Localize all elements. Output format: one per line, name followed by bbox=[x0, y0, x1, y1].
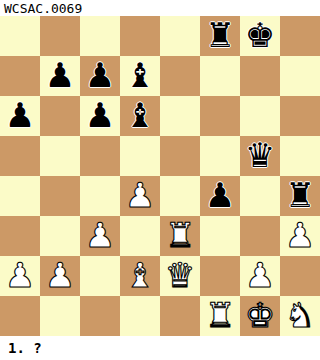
black-pawn[interactable]: ♟ bbox=[205, 178, 235, 212]
square-b7[interactable]: ♟ bbox=[40, 56, 80, 96]
square-c2[interactable] bbox=[80, 256, 120, 296]
square-a8[interactable] bbox=[0, 16, 40, 56]
square-b3[interactable] bbox=[40, 216, 80, 256]
square-f1[interactable]: ♜ bbox=[200, 296, 240, 336]
chess-board: ♜♚♟♟♝♟♟♝♛♟♟♜♟♜♟♟♟♝♛♟♜♚♞ bbox=[0, 16, 320, 336]
square-f2[interactable] bbox=[200, 256, 240, 296]
square-c1[interactable] bbox=[80, 296, 120, 336]
square-e6[interactable] bbox=[160, 96, 200, 136]
square-c4[interactable] bbox=[80, 176, 120, 216]
square-e2[interactable]: ♛ bbox=[160, 256, 200, 296]
square-e3[interactable]: ♜ bbox=[160, 216, 200, 256]
square-a1[interactable] bbox=[0, 296, 40, 336]
square-e8[interactable] bbox=[160, 16, 200, 56]
black-bishop[interactable]: ♝ bbox=[125, 58, 155, 92]
black-pawn[interactable]: ♟ bbox=[85, 98, 115, 132]
square-f6[interactable] bbox=[200, 96, 240, 136]
square-h3[interactable]: ♟ bbox=[280, 216, 320, 256]
square-c7[interactable]: ♟ bbox=[80, 56, 120, 96]
square-e5[interactable] bbox=[160, 136, 200, 176]
white-pawn[interactable]: ♟ bbox=[5, 258, 35, 292]
square-c5[interactable] bbox=[80, 136, 120, 176]
square-c6[interactable]: ♟ bbox=[80, 96, 120, 136]
square-b4[interactable] bbox=[40, 176, 80, 216]
square-a5[interactable] bbox=[0, 136, 40, 176]
square-c8[interactable] bbox=[80, 16, 120, 56]
square-g4[interactable] bbox=[240, 176, 280, 216]
white-pawn[interactable]: ♟ bbox=[285, 218, 315, 252]
square-g1[interactable]: ♚ bbox=[240, 296, 280, 336]
square-f4[interactable]: ♟ bbox=[200, 176, 240, 216]
square-c3[interactable]: ♟ bbox=[80, 216, 120, 256]
square-a7[interactable] bbox=[0, 56, 40, 96]
square-d2[interactable]: ♝ bbox=[120, 256, 160, 296]
square-h8[interactable] bbox=[280, 16, 320, 56]
square-h5[interactable] bbox=[280, 136, 320, 176]
square-g3[interactable] bbox=[240, 216, 280, 256]
black-queen[interactable]: ♛ bbox=[245, 138, 275, 172]
square-a2[interactable]: ♟ bbox=[0, 256, 40, 296]
square-d5[interactable] bbox=[120, 136, 160, 176]
square-d3[interactable] bbox=[120, 216, 160, 256]
square-f8[interactable]: ♜ bbox=[200, 16, 240, 56]
square-g2[interactable]: ♟ bbox=[240, 256, 280, 296]
white-pawn[interactable]: ♟ bbox=[245, 258, 275, 292]
square-e4[interactable] bbox=[160, 176, 200, 216]
square-h7[interactable] bbox=[280, 56, 320, 96]
square-a4[interactable] bbox=[0, 176, 40, 216]
square-g6[interactable] bbox=[240, 96, 280, 136]
square-h6[interactable] bbox=[280, 96, 320, 136]
black-pawn[interactable]: ♟ bbox=[85, 58, 115, 92]
white-knight[interactable]: ♞ bbox=[285, 298, 315, 332]
square-d1[interactable] bbox=[120, 296, 160, 336]
square-h1[interactable]: ♞ bbox=[280, 296, 320, 336]
square-b1[interactable] bbox=[40, 296, 80, 336]
square-b5[interactable] bbox=[40, 136, 80, 176]
square-b2[interactable]: ♟ bbox=[40, 256, 80, 296]
square-d6[interactable]: ♝ bbox=[120, 96, 160, 136]
white-pawn[interactable]: ♟ bbox=[45, 258, 75, 292]
black-pawn[interactable]: ♟ bbox=[5, 98, 35, 132]
white-pawn[interactable]: ♟ bbox=[125, 178, 155, 212]
square-d7[interactable]: ♝ bbox=[120, 56, 160, 96]
white-rook[interactable]: ♜ bbox=[165, 218, 195, 252]
white-king[interactable]: ♚ bbox=[245, 298, 275, 332]
page-title: WCSAC.0069 bbox=[0, 0, 320, 16]
square-e1[interactable] bbox=[160, 296, 200, 336]
square-d4[interactable]: ♟ bbox=[120, 176, 160, 216]
white-pawn[interactable]: ♟ bbox=[85, 218, 115, 252]
square-g8[interactable]: ♚ bbox=[240, 16, 280, 56]
square-e7[interactable] bbox=[160, 56, 200, 96]
square-h4[interactable]: ♜ bbox=[280, 176, 320, 216]
white-queen[interactable]: ♛ bbox=[165, 258, 195, 292]
white-rook[interactable]: ♜ bbox=[205, 298, 235, 332]
move-prompt: 1. ? bbox=[0, 336, 320, 360]
square-g7[interactable] bbox=[240, 56, 280, 96]
black-pawn[interactable]: ♟ bbox=[45, 58, 75, 92]
square-h2[interactable] bbox=[280, 256, 320, 296]
square-f3[interactable] bbox=[200, 216, 240, 256]
square-b6[interactable] bbox=[40, 96, 80, 136]
white-bishop[interactable]: ♝ bbox=[125, 258, 155, 292]
black-bishop[interactable]: ♝ bbox=[125, 98, 155, 132]
square-d8[interactable] bbox=[120, 16, 160, 56]
square-f7[interactable] bbox=[200, 56, 240, 96]
square-b8[interactable] bbox=[40, 16, 80, 56]
square-a6[interactable]: ♟ bbox=[0, 96, 40, 136]
black-king[interactable]: ♚ bbox=[245, 18, 275, 52]
square-a3[interactable] bbox=[0, 216, 40, 256]
black-rook[interactable]: ♜ bbox=[205, 18, 235, 52]
square-g5[interactable]: ♛ bbox=[240, 136, 280, 176]
black-rook[interactable]: ♜ bbox=[285, 178, 315, 212]
square-f5[interactable] bbox=[200, 136, 240, 176]
